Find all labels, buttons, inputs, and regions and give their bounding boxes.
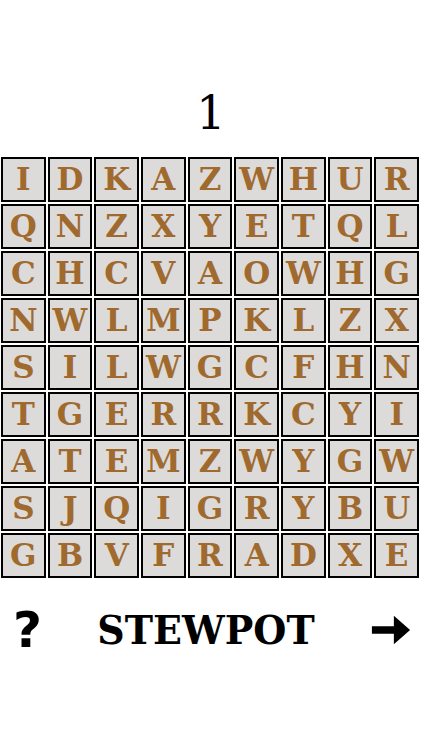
grid-cell-r3c3[interactable]: C <box>94 251 139 296</box>
grid-cell-r9c3[interactable]: V <box>94 533 139 578</box>
grid-cell-r1c7[interactable]: H <box>281 157 326 202</box>
grid-cell-r8c2[interactable]: J <box>48 486 93 531</box>
grid-cell-r4c9[interactable]: X <box>374 298 419 343</box>
grid-cell-r2c9[interactable]: L <box>374 204 419 249</box>
grid-cell-r2c2[interactable]: N <box>48 204 93 249</box>
grid-cell-r5c8[interactable]: H <box>328 345 373 390</box>
grid-cell-r8c4[interactable]: I <box>141 486 186 531</box>
right-arrow-icon <box>370 610 412 650</box>
grid-cell-r4c6[interactable]: K <box>234 298 279 343</box>
hint-button[interactable]: ? <box>13 605 42 655</box>
grid-cell-r1c3[interactable]: K <box>94 157 139 202</box>
grid-cell-r5c3[interactable]: L <box>94 345 139 390</box>
grid-cell-r7c7[interactable]: Y <box>281 439 326 484</box>
grid-cell-r2c7[interactable]: T <box>281 204 326 249</box>
grid-cell-r6c7[interactable]: C <box>281 392 326 437</box>
grid-cell-r7c6[interactable]: W <box>234 439 279 484</box>
grid-cell-r1c2[interactable]: D <box>48 157 93 202</box>
grid-cell-r9c1[interactable]: G <box>1 533 46 578</box>
grid-cell-r8c5[interactable]: G <box>188 486 233 531</box>
grid-cell-r8c6[interactable]: R <box>234 486 279 531</box>
grid-cell-r8c1[interactable]: S <box>1 486 46 531</box>
grid-cell-r8c3[interactable]: Q <box>94 486 139 531</box>
grid-cell-r8c8[interactable]: B <box>328 486 373 531</box>
grid-cell-r4c5[interactable]: P <box>188 298 233 343</box>
grid-cell-r7c8[interactable]: G <box>328 439 373 484</box>
grid-cell-r2c6[interactable]: E <box>234 204 279 249</box>
grid-cell-r1c6[interactable]: W <box>234 157 279 202</box>
bottom-bar: ? STEWPOT <box>0 600 422 660</box>
grid-cell-r7c9[interactable]: W <box>374 439 419 484</box>
grid-cell-r8c9[interactable]: U <box>374 486 419 531</box>
grid-cell-r9c2[interactable]: B <box>48 533 93 578</box>
grid-cell-r2c3[interactable]: Z <box>94 204 139 249</box>
grid-cell-r9c6[interactable]: A <box>234 533 279 578</box>
grid-cell-r6c8[interactable]: Y <box>328 392 373 437</box>
grid-cell-r2c8[interactable]: Q <box>328 204 373 249</box>
word-search-board: IDKAZWHURQNZXYETQLCHCVAOWHGNWLMPKLZXSILW… <box>1 157 419 578</box>
grid-cell-r5c4[interactable]: W <box>141 345 186 390</box>
grid-cell-r6c3[interactable]: E <box>94 392 139 437</box>
grid-cell-r3c9[interactable]: G <box>374 251 419 296</box>
grid-cell-r5c6[interactable]: C <box>234 345 279 390</box>
grid-cell-r4c7[interactable]: L <box>281 298 326 343</box>
grid-cell-r3c8[interactable]: H <box>328 251 373 296</box>
grid-cell-r5c7[interactable]: F <box>281 345 326 390</box>
grid-cell-r7c4[interactable]: M <box>141 439 186 484</box>
grid-cell-r5c2[interactable]: I <box>48 345 93 390</box>
grid-cell-r3c7[interactable]: W <box>281 251 326 296</box>
grid-cell-r6c1[interactable]: T <box>1 392 46 437</box>
grid-cell-r3c2[interactable]: H <box>48 251 93 296</box>
grid-cell-r6c5[interactable]: R <box>188 392 233 437</box>
grid-cell-r1c5[interactable]: Z <box>188 157 233 202</box>
grid-cell-r8c7[interactable]: Y <box>281 486 326 531</box>
grid-cell-r4c2[interactable]: W <box>48 298 93 343</box>
grid-cell-r9c8[interactable]: X <box>328 533 373 578</box>
current-word-label: STEWPOT <box>97 607 314 653</box>
grid-cell-r4c3[interactable]: L <box>94 298 139 343</box>
grid-cell-r6c9[interactable]: I <box>374 392 419 437</box>
grid-cell-r6c4[interactable]: R <box>141 392 186 437</box>
grid-cell-r2c5[interactable]: Y <box>188 204 233 249</box>
grid-cell-r7c5[interactable]: Z <box>188 439 233 484</box>
grid-cell-r2c1[interactable]: Q <box>1 204 46 249</box>
grid-cell-r5c9[interactable]: N <box>374 345 419 390</box>
grid-cell-r9c4[interactable]: F <box>141 533 186 578</box>
grid-cell-r9c9[interactable]: E <box>374 533 419 578</box>
grid-cell-r7c2[interactable]: T <box>48 439 93 484</box>
grid-cell-r3c1[interactable]: C <box>1 251 46 296</box>
next-button[interactable] <box>370 610 412 650</box>
grid-cell-r6c6[interactable]: K <box>234 392 279 437</box>
grid-cell-r1c9[interactable]: R <box>374 157 419 202</box>
grid-cell-r7c3[interactable]: E <box>94 439 139 484</box>
grid-cell-r9c5[interactable]: R <box>188 533 233 578</box>
grid-cell-r1c4[interactable]: A <box>141 157 186 202</box>
grid-cell-r4c1[interactable]: N <box>1 298 46 343</box>
grid-cell-r2c4[interactable]: X <box>141 204 186 249</box>
grid-cell-r5c1[interactable]: S <box>1 345 46 390</box>
grid-cell-r4c4[interactable]: M <box>141 298 186 343</box>
grid-cell-r3c6[interactable]: O <box>234 251 279 296</box>
grid-cell-r1c1[interactable]: I <box>1 157 46 202</box>
grid-cell-r9c7[interactable]: D <box>281 533 326 578</box>
grid-cell-r1c8[interactable]: U <box>328 157 373 202</box>
grid-cell-r4c8[interactable]: Z <box>328 298 373 343</box>
grid-cell-r3c4[interactable]: V <box>141 251 186 296</box>
grid-cell-r3c5[interactable]: A <box>188 251 233 296</box>
grid-cell-r6c2[interactable]: G <box>48 392 93 437</box>
grid-cell-r7c1[interactable]: A <box>1 439 46 484</box>
grid-cell-r5c5[interactable]: G <box>188 345 233 390</box>
level-number: 1 <box>0 0 422 140</box>
